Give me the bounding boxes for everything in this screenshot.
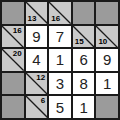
cell-value: 9 xyxy=(32,29,40,44)
cell-r1c1-entry[interactable]: 9 xyxy=(26,26,48,48)
cell-value: 7 xyxy=(56,29,64,44)
cell-value: 1 xyxy=(56,52,64,67)
cell-r4c1-clue: 6 xyxy=(26,96,48,118)
cell-value: 1 xyxy=(103,76,111,91)
cell-r4c3-entry[interactable]: 1 xyxy=(73,96,95,118)
cell-value: 4 xyxy=(32,52,40,67)
across-clue: 6 xyxy=(41,97,45,105)
across-clue: 16 xyxy=(13,27,22,35)
cell-r0c3-block xyxy=(73,2,95,24)
across-clue: 20 xyxy=(13,50,22,58)
cell-r1c3-clue: 15 xyxy=(73,26,95,48)
cell-r1c2-entry[interactable]: 7 xyxy=(49,26,71,48)
cell-value: 1 xyxy=(79,100,87,115)
cell-r3c0-block xyxy=(2,73,24,95)
cell-r2c0-clue: 20 xyxy=(2,49,24,71)
down-clue: 15 xyxy=(75,38,84,46)
cell-value: 8 xyxy=(79,76,87,91)
cell-r2c2-entry[interactable]: 1 xyxy=(49,49,71,71)
cell-r4c2-entry[interactable]: 5 xyxy=(49,96,71,118)
cell-value: 3 xyxy=(56,76,64,91)
cell-r3c3-entry[interactable]: 8 xyxy=(73,73,95,95)
cell-r0c0-block xyxy=(2,2,24,24)
down-clue: 10 xyxy=(98,38,107,46)
cell-value: 5 xyxy=(56,100,64,115)
cell-r2c1-entry[interactable]: 4 xyxy=(26,49,48,71)
cell-r0c4-block xyxy=(96,2,118,24)
cell-r0c2-clue: 16 xyxy=(49,2,71,24)
down-clue: 13 xyxy=(28,15,37,23)
cell-r1c0-clue: 16 xyxy=(2,26,24,48)
down-clue: 16 xyxy=(51,15,60,23)
cell-r3c4-entry[interactable]: 1 xyxy=(96,73,118,95)
cell-r4c0-block xyxy=(2,96,24,118)
cell-value: 6 xyxy=(79,52,87,67)
cell-r0c1-clue: 13 xyxy=(26,2,48,24)
cell-r2c3-entry[interactable]: 6 xyxy=(73,49,95,71)
cell-r2c4-entry[interactable]: 9 xyxy=(96,49,118,71)
cell-r4c4-block xyxy=(96,96,118,118)
cell-value: 9 xyxy=(103,52,111,67)
cell-r1c4-clue: 10 xyxy=(96,26,118,48)
cell-r3c1-clue: 12 xyxy=(26,73,48,95)
kakuro-board: 13161697151020416912381651 xyxy=(0,0,120,120)
across-clue: 12 xyxy=(36,74,45,82)
cell-r3c2-entry[interactable]: 3 xyxy=(49,73,71,95)
